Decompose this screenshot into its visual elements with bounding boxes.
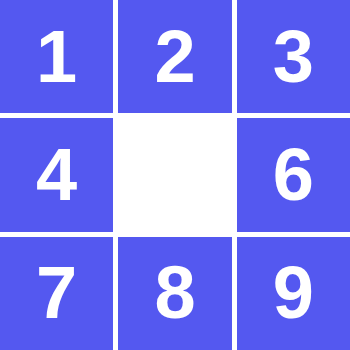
puzzle-board: 1 2 3 4 6 7 8 9 <box>0 0 350 350</box>
blank-cell <box>118 118 231 231</box>
tile-8[interactable]: 8 <box>118 237 231 350</box>
tile-4[interactable]: 4 <box>0 118 113 231</box>
tile-9[interactable]: 9 <box>237 237 350 350</box>
tile-1[interactable]: 1 <box>0 0 113 113</box>
tile-7[interactable]: 7 <box>0 237 113 350</box>
tile-3[interactable]: 3 <box>237 0 350 113</box>
tile-2[interactable]: 2 <box>118 0 231 113</box>
tile-6[interactable]: 6 <box>237 118 350 231</box>
